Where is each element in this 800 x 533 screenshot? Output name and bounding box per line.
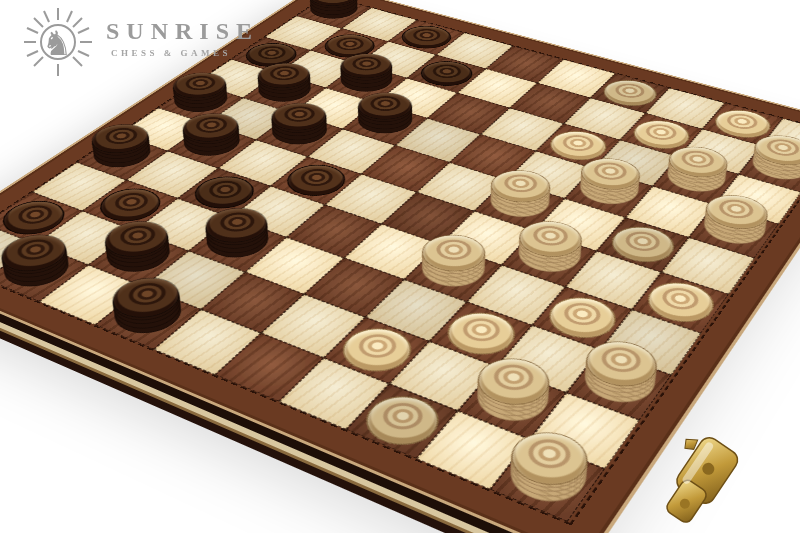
checker-light[interactable]	[604, 222, 682, 268]
sunrise-watermark: ♞ SUNRISE CHESS & GAMES	[18, 2, 318, 82]
checker-light[interactable]	[412, 248, 495, 297]
brand-name: SUNRISE	[106, 18, 259, 45]
brand-tagline: CHESS & GAMES	[111, 48, 231, 58]
checker-top-face	[604, 222, 682, 268]
brass-clasp	[628, 436, 778, 533]
checker-dark[interactable]	[0, 248, 81, 297]
checker-light[interactable]	[499, 445, 597, 515]
horse-head-icon: ♞	[42, 24, 72, 62]
product-photo-stage: ♞ SUNRISE CHESS & GAMES	[0, 0, 800, 533]
checker-light[interactable]	[659, 160, 732, 201]
sun-horse-logo-icon: ♞	[18, 2, 104, 82]
